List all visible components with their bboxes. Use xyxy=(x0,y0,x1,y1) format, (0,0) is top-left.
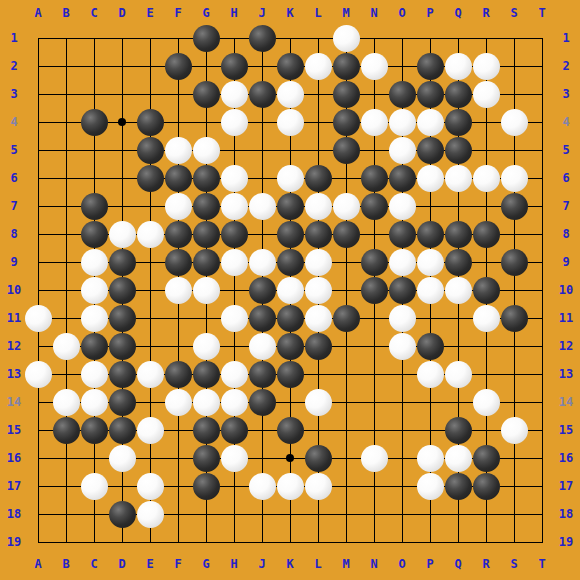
intersection-K3[interactable] xyxy=(276,80,304,108)
intersection-G11[interactable] xyxy=(192,304,220,332)
intersection-F19[interactable] xyxy=(164,528,192,556)
intersection-E17[interactable] xyxy=(136,472,164,500)
intersection-D19[interactable] xyxy=(108,528,136,556)
intersection-C9[interactable] xyxy=(80,248,108,276)
intersection-T19[interactable] xyxy=(528,528,556,556)
intersection-F9[interactable] xyxy=(164,248,192,276)
intersection-D10[interactable] xyxy=(108,276,136,304)
intersection-G16[interactable] xyxy=(192,444,220,472)
intersection-H14[interactable] xyxy=(220,388,248,416)
intersection-C19[interactable] xyxy=(80,528,108,556)
intersection-T12[interactable] xyxy=(528,332,556,360)
intersection-E8[interactable] xyxy=(136,220,164,248)
intersection-J12[interactable] xyxy=(248,332,276,360)
intersection-K6[interactable] xyxy=(276,164,304,192)
intersection-T14[interactable] xyxy=(528,388,556,416)
intersection-E1[interactable] xyxy=(136,24,164,52)
intersection-A6[interactable] xyxy=(24,164,52,192)
intersection-P5[interactable] xyxy=(416,136,444,164)
intersection-O1[interactable] xyxy=(388,24,416,52)
intersection-G19[interactable] xyxy=(192,528,220,556)
intersection-F3[interactable] xyxy=(164,80,192,108)
intersection-O10[interactable] xyxy=(388,276,416,304)
intersection-C13[interactable] xyxy=(80,360,108,388)
intersection-H4[interactable] xyxy=(220,108,248,136)
intersection-O16[interactable] xyxy=(388,444,416,472)
intersection-T8[interactable] xyxy=(528,220,556,248)
intersection-R18[interactable] xyxy=(472,500,500,528)
intersection-N4[interactable] xyxy=(360,108,388,136)
intersection-J13[interactable] xyxy=(248,360,276,388)
intersection-R10[interactable] xyxy=(472,276,500,304)
intersection-A14[interactable] xyxy=(24,388,52,416)
intersection-F18[interactable] xyxy=(164,500,192,528)
intersection-G9[interactable] xyxy=(192,248,220,276)
intersection-L10[interactable] xyxy=(304,276,332,304)
intersection-O11[interactable] xyxy=(388,304,416,332)
intersection-N6[interactable] xyxy=(360,164,388,192)
intersection-F11[interactable] xyxy=(164,304,192,332)
intersection-H16[interactable] xyxy=(220,444,248,472)
intersection-C3[interactable] xyxy=(80,80,108,108)
intersection-H8[interactable] xyxy=(220,220,248,248)
intersection-B4[interactable] xyxy=(52,108,80,136)
intersection-K5[interactable] xyxy=(276,136,304,164)
intersection-D15[interactable] xyxy=(108,416,136,444)
intersection-A4[interactable] xyxy=(24,108,52,136)
intersection-H12[interactable] xyxy=(220,332,248,360)
intersection-N7[interactable] xyxy=(360,192,388,220)
intersection-N14[interactable] xyxy=(360,388,388,416)
intersection-P19[interactable] xyxy=(416,528,444,556)
intersection-A1[interactable] xyxy=(24,24,52,52)
intersection-J16[interactable] xyxy=(248,444,276,472)
intersection-C8[interactable] xyxy=(80,220,108,248)
intersection-N5[interactable] xyxy=(360,136,388,164)
intersection-C2[interactable] xyxy=(80,52,108,80)
intersection-E16[interactable] xyxy=(136,444,164,472)
intersection-A18[interactable] xyxy=(24,500,52,528)
intersection-H7[interactable] xyxy=(220,192,248,220)
intersection-G18[interactable] xyxy=(192,500,220,528)
intersection-K8[interactable] xyxy=(276,220,304,248)
intersection-E15[interactable] xyxy=(136,416,164,444)
intersection-D11[interactable] xyxy=(108,304,136,332)
intersection-H19[interactable] xyxy=(220,528,248,556)
intersection-S5[interactable] xyxy=(500,136,528,164)
intersection-C15[interactable] xyxy=(80,416,108,444)
intersection-H10[interactable] xyxy=(220,276,248,304)
intersection-R9[interactable] xyxy=(472,248,500,276)
intersection-E18[interactable] xyxy=(136,500,164,528)
intersection-T7[interactable] xyxy=(528,192,556,220)
intersection-H6[interactable] xyxy=(220,164,248,192)
intersection-F5[interactable] xyxy=(164,136,192,164)
intersection-Q8[interactable] xyxy=(444,220,472,248)
intersection-T1[interactable] xyxy=(528,24,556,52)
intersection-R16[interactable] xyxy=(472,444,500,472)
intersection-O12[interactable] xyxy=(388,332,416,360)
intersection-L18[interactable] xyxy=(304,500,332,528)
intersection-G3[interactable] xyxy=(192,80,220,108)
intersection-Q5[interactable] xyxy=(444,136,472,164)
intersection-N2[interactable] xyxy=(360,52,388,80)
intersection-S13[interactable] xyxy=(500,360,528,388)
intersection-Q18[interactable] xyxy=(444,500,472,528)
intersection-L5[interactable] xyxy=(304,136,332,164)
intersection-O17[interactable] xyxy=(388,472,416,500)
intersection-F13[interactable] xyxy=(164,360,192,388)
intersection-Q19[interactable] xyxy=(444,528,472,556)
intersection-O8[interactable] xyxy=(388,220,416,248)
intersection-C18[interactable] xyxy=(80,500,108,528)
intersection-P1[interactable] xyxy=(416,24,444,52)
intersection-B9[interactable] xyxy=(52,248,80,276)
intersection-G5[interactable] xyxy=(192,136,220,164)
intersection-B18[interactable] xyxy=(52,500,80,528)
intersection-T17[interactable] xyxy=(528,472,556,500)
intersection-Q3[interactable] xyxy=(444,80,472,108)
intersection-A5[interactable] xyxy=(24,136,52,164)
intersection-A3[interactable] xyxy=(24,80,52,108)
intersection-B5[interactable] xyxy=(52,136,80,164)
intersection-H1[interactable] xyxy=(220,24,248,52)
intersection-N8[interactable] xyxy=(360,220,388,248)
intersection-J5[interactable] xyxy=(248,136,276,164)
intersection-G10[interactable] xyxy=(192,276,220,304)
intersection-N18[interactable] xyxy=(360,500,388,528)
intersection-N13[interactable] xyxy=(360,360,388,388)
intersection-S8[interactable] xyxy=(500,220,528,248)
intersection-H18[interactable] xyxy=(220,500,248,528)
intersection-S15[interactable] xyxy=(500,416,528,444)
intersection-C16[interactable] xyxy=(80,444,108,472)
intersection-E9[interactable] xyxy=(136,248,164,276)
intersection-R15[interactable] xyxy=(472,416,500,444)
intersection-D5[interactable] xyxy=(108,136,136,164)
intersection-S12[interactable] xyxy=(500,332,528,360)
intersection-T9[interactable] xyxy=(528,248,556,276)
intersection-K17[interactable] xyxy=(276,472,304,500)
intersection-R5[interactable] xyxy=(472,136,500,164)
intersection-J8[interactable] xyxy=(248,220,276,248)
intersection-L12[interactable] xyxy=(304,332,332,360)
intersection-N11[interactable] xyxy=(360,304,388,332)
intersection-N9[interactable] xyxy=(360,248,388,276)
intersection-K9[interactable] xyxy=(276,248,304,276)
intersection-Q2[interactable] xyxy=(444,52,472,80)
intersection-S2[interactable] xyxy=(500,52,528,80)
intersection-K11[interactable] xyxy=(276,304,304,332)
intersection-M5[interactable] xyxy=(332,136,360,164)
intersection-N12[interactable] xyxy=(360,332,388,360)
intersection-N16[interactable] xyxy=(360,444,388,472)
intersection-K15[interactable] xyxy=(276,416,304,444)
intersection-G6[interactable] xyxy=(192,164,220,192)
intersection-P15[interactable] xyxy=(416,416,444,444)
intersection-K14[interactable] xyxy=(276,388,304,416)
intersection-T15[interactable] xyxy=(528,416,556,444)
intersection-C12[interactable] xyxy=(80,332,108,360)
intersection-M6[interactable] xyxy=(332,164,360,192)
intersection-C7[interactable] xyxy=(80,192,108,220)
intersection-F4[interactable] xyxy=(164,108,192,136)
intersection-F17[interactable] xyxy=(164,472,192,500)
intersection-K18[interactable] xyxy=(276,500,304,528)
intersection-K13[interactable] xyxy=(276,360,304,388)
intersection-C6[interactable] xyxy=(80,164,108,192)
intersection-C17[interactable] xyxy=(80,472,108,500)
intersection-M13[interactable] xyxy=(332,360,360,388)
intersection-B13[interactable] xyxy=(52,360,80,388)
intersection-E7[interactable] xyxy=(136,192,164,220)
intersection-O15[interactable] xyxy=(388,416,416,444)
intersection-R2[interactable] xyxy=(472,52,500,80)
intersection-G12[interactable] xyxy=(192,332,220,360)
intersection-S16[interactable] xyxy=(500,444,528,472)
intersection-P13[interactable] xyxy=(416,360,444,388)
intersection-M1[interactable] xyxy=(332,24,360,52)
intersection-G7[interactable] xyxy=(192,192,220,220)
intersection-R8[interactable] xyxy=(472,220,500,248)
intersection-C5[interactable] xyxy=(80,136,108,164)
intersection-M10[interactable] xyxy=(332,276,360,304)
intersection-N17[interactable] xyxy=(360,472,388,500)
intersection-A2[interactable] xyxy=(24,52,52,80)
intersection-H5[interactable] xyxy=(220,136,248,164)
intersection-D18[interactable] xyxy=(108,500,136,528)
intersection-T2[interactable] xyxy=(528,52,556,80)
intersection-O13[interactable] xyxy=(388,360,416,388)
intersection-Q9[interactable] xyxy=(444,248,472,276)
intersection-D7[interactable] xyxy=(108,192,136,220)
intersection-J17[interactable] xyxy=(248,472,276,500)
intersection-L9[interactable] xyxy=(304,248,332,276)
intersection-S19[interactable] xyxy=(500,528,528,556)
intersection-Q6[interactable] xyxy=(444,164,472,192)
intersection-K4[interactable] xyxy=(276,108,304,136)
intersection-R3[interactable] xyxy=(472,80,500,108)
intersection-O2[interactable] xyxy=(388,52,416,80)
intersection-S11[interactable] xyxy=(500,304,528,332)
intersection-H2[interactable] xyxy=(220,52,248,80)
intersection-K7[interactable] xyxy=(276,192,304,220)
intersection-B7[interactable] xyxy=(52,192,80,220)
intersection-C11[interactable] xyxy=(80,304,108,332)
intersection-M18[interactable] xyxy=(332,500,360,528)
intersection-Q10[interactable] xyxy=(444,276,472,304)
intersection-E10[interactable] xyxy=(136,276,164,304)
intersection-P4[interactable] xyxy=(416,108,444,136)
intersection-J3[interactable] xyxy=(248,80,276,108)
intersection-R11[interactable] xyxy=(472,304,500,332)
intersection-E5[interactable] xyxy=(136,136,164,164)
intersection-S17[interactable] xyxy=(500,472,528,500)
intersection-D4[interactable] xyxy=(108,108,136,136)
intersection-J6[interactable] xyxy=(248,164,276,192)
intersection-C10[interactable] xyxy=(80,276,108,304)
intersection-D3[interactable] xyxy=(108,80,136,108)
intersection-P8[interactable] xyxy=(416,220,444,248)
intersection-F15[interactable] xyxy=(164,416,192,444)
intersection-S10[interactable] xyxy=(500,276,528,304)
intersection-A16[interactable] xyxy=(24,444,52,472)
intersection-Q14[interactable] xyxy=(444,388,472,416)
intersection-A19[interactable] xyxy=(24,528,52,556)
intersection-T5[interactable] xyxy=(528,136,556,164)
intersection-S18[interactable] xyxy=(500,500,528,528)
intersection-G1[interactable] xyxy=(192,24,220,52)
intersection-D13[interactable] xyxy=(108,360,136,388)
intersection-C4[interactable] xyxy=(80,108,108,136)
intersection-D6[interactable] xyxy=(108,164,136,192)
intersection-T3[interactable] xyxy=(528,80,556,108)
intersection-P7[interactable] xyxy=(416,192,444,220)
intersection-A9[interactable] xyxy=(24,248,52,276)
intersection-J9[interactable] xyxy=(248,248,276,276)
intersection-N3[interactable] xyxy=(360,80,388,108)
intersection-J1[interactable] xyxy=(248,24,276,52)
intersection-A13[interactable] xyxy=(24,360,52,388)
intersection-J2[interactable] xyxy=(248,52,276,80)
intersection-E2[interactable] xyxy=(136,52,164,80)
intersection-D17[interactable] xyxy=(108,472,136,500)
intersection-Q16[interactable] xyxy=(444,444,472,472)
intersection-D2[interactable] xyxy=(108,52,136,80)
intersection-A8[interactable] xyxy=(24,220,52,248)
intersection-L16[interactable] xyxy=(304,444,332,472)
intersection-B17[interactable] xyxy=(52,472,80,500)
intersection-F8[interactable] xyxy=(164,220,192,248)
intersection-M8[interactable] xyxy=(332,220,360,248)
intersection-G15[interactable] xyxy=(192,416,220,444)
intersection-Q15[interactable] xyxy=(444,416,472,444)
intersection-J19[interactable] xyxy=(248,528,276,556)
intersection-T6[interactable] xyxy=(528,164,556,192)
intersection-N19[interactable] xyxy=(360,528,388,556)
intersection-F16[interactable] xyxy=(164,444,192,472)
intersection-H17[interactable] xyxy=(220,472,248,500)
intersection-O4[interactable] xyxy=(388,108,416,136)
intersection-E11[interactable] xyxy=(136,304,164,332)
intersection-T4[interactable] xyxy=(528,108,556,136)
intersection-F6[interactable] xyxy=(164,164,192,192)
intersection-M12[interactable] xyxy=(332,332,360,360)
intersection-E12[interactable] xyxy=(136,332,164,360)
intersection-P12[interactable] xyxy=(416,332,444,360)
intersection-O7[interactable] xyxy=(388,192,416,220)
intersection-D8[interactable] xyxy=(108,220,136,248)
intersection-F12[interactable] xyxy=(164,332,192,360)
intersection-O19[interactable] xyxy=(388,528,416,556)
intersection-E13[interactable] xyxy=(136,360,164,388)
intersection-K2[interactable] xyxy=(276,52,304,80)
intersection-M19[interactable] xyxy=(332,528,360,556)
intersection-R19[interactable] xyxy=(472,528,500,556)
intersection-P11[interactable] xyxy=(416,304,444,332)
intersection-B14[interactable] xyxy=(52,388,80,416)
intersection-G13[interactable] xyxy=(192,360,220,388)
intersection-T16[interactable] xyxy=(528,444,556,472)
intersection-A7[interactable] xyxy=(24,192,52,220)
intersection-K10[interactable] xyxy=(276,276,304,304)
intersection-K12[interactable] xyxy=(276,332,304,360)
intersection-L15[interactable] xyxy=(304,416,332,444)
intersection-O18[interactable] xyxy=(388,500,416,528)
intersection-G2[interactable] xyxy=(192,52,220,80)
intersection-R7[interactable] xyxy=(472,192,500,220)
intersection-L7[interactable] xyxy=(304,192,332,220)
intersection-P2[interactable] xyxy=(416,52,444,80)
intersection-Q13[interactable] xyxy=(444,360,472,388)
intersection-R14[interactable] xyxy=(472,388,500,416)
intersection-K19[interactable] xyxy=(276,528,304,556)
intersection-P3[interactable] xyxy=(416,80,444,108)
intersection-P6[interactable] xyxy=(416,164,444,192)
intersection-L1[interactable] xyxy=(304,24,332,52)
intersection-J18[interactable] xyxy=(248,500,276,528)
intersection-K1[interactable] xyxy=(276,24,304,52)
intersection-T11[interactable] xyxy=(528,304,556,332)
intersection-G8[interactable] xyxy=(192,220,220,248)
intersection-N1[interactable] xyxy=(360,24,388,52)
intersection-B15[interactable] xyxy=(52,416,80,444)
intersection-L4[interactable] xyxy=(304,108,332,136)
intersection-A10[interactable] xyxy=(24,276,52,304)
intersection-H11[interactable] xyxy=(220,304,248,332)
intersection-M4[interactable] xyxy=(332,108,360,136)
intersection-Q1[interactable] xyxy=(444,24,472,52)
intersection-P18[interactable] xyxy=(416,500,444,528)
intersection-G17[interactable] xyxy=(192,472,220,500)
intersection-S9[interactable] xyxy=(500,248,528,276)
intersection-R13[interactable] xyxy=(472,360,500,388)
intersection-M16[interactable] xyxy=(332,444,360,472)
intersection-D1[interactable] xyxy=(108,24,136,52)
intersection-O5[interactable] xyxy=(388,136,416,164)
intersection-G4[interactable] xyxy=(192,108,220,136)
intersection-C1[interactable] xyxy=(80,24,108,52)
intersection-T10[interactable] xyxy=(528,276,556,304)
intersection-M17[interactable] xyxy=(332,472,360,500)
intersection-J15[interactable] xyxy=(248,416,276,444)
intersection-B10[interactable] xyxy=(52,276,80,304)
intersection-J4[interactable] xyxy=(248,108,276,136)
intersection-L3[interactable] xyxy=(304,80,332,108)
intersection-B8[interactable] xyxy=(52,220,80,248)
intersection-E6[interactable] xyxy=(136,164,164,192)
intersection-O3[interactable] xyxy=(388,80,416,108)
intersection-L2[interactable] xyxy=(304,52,332,80)
intersection-P17[interactable] xyxy=(416,472,444,500)
intersection-S6[interactable] xyxy=(500,164,528,192)
intersection-Q7[interactable] xyxy=(444,192,472,220)
intersection-S1[interactable] xyxy=(500,24,528,52)
intersection-L8[interactable] xyxy=(304,220,332,248)
intersection-D16[interactable] xyxy=(108,444,136,472)
intersection-A11[interactable] xyxy=(24,304,52,332)
intersection-P10[interactable] xyxy=(416,276,444,304)
intersection-B6[interactable] xyxy=(52,164,80,192)
intersection-A17[interactable] xyxy=(24,472,52,500)
intersection-M11[interactable] xyxy=(332,304,360,332)
intersection-B3[interactable] xyxy=(52,80,80,108)
intersection-R4[interactable] xyxy=(472,108,500,136)
intersection-F7[interactable] xyxy=(164,192,192,220)
intersection-R6[interactable] xyxy=(472,164,500,192)
intersection-K16[interactable] xyxy=(276,444,304,472)
intersection-E14[interactable] xyxy=(136,388,164,416)
